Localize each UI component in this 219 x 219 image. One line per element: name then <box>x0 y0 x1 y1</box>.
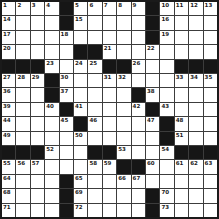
crossword-cell[interactable] <box>189 31 202 44</box>
crossword-puzzle: 1234567891011121314151617181920212223242… <box>0 0 219 219</box>
crossword-cell[interactable] <box>132 117 145 130</box>
crossword-cell[interactable] <box>160 175 173 188</box>
crossword-cell[interactable]: 69 <box>74 189 87 202</box>
crossword-cell[interactable] <box>132 146 145 159</box>
clue-number: 32 <box>118 74 126 80</box>
crossword-cell[interactable]: 33 <box>175 74 188 87</box>
clue-number: 10 <box>161 2 169 8</box>
crossword-cell[interactable] <box>132 45 145 58</box>
crossword-cell[interactable] <box>189 103 202 116</box>
crossword-cell[interactable] <box>16 45 29 58</box>
black-cell <box>146 189 159 202</box>
crossword-cell[interactable]: 21 <box>103 45 116 58</box>
clue-number: 21 <box>104 45 112 51</box>
clue-number: 62 <box>190 160 198 166</box>
black-cell <box>175 146 188 159</box>
crossword-cell[interactable] <box>31 175 44 188</box>
clue-number: 46 <box>89 117 97 123</box>
crossword-cell[interactable] <box>60 132 73 145</box>
crossword-cell[interactable] <box>31 204 44 217</box>
crossword-cell[interactable] <box>132 16 145 29</box>
crossword-cell[interactable]: 20 <box>2 45 15 58</box>
crossword-cell[interactable] <box>117 103 130 116</box>
crossword-cell[interactable] <box>60 45 73 58</box>
crossword-cell[interactable]: 17 <box>2 31 15 44</box>
clue-number: 45 <box>61 117 69 123</box>
clue-number: 13 <box>205 2 213 8</box>
clue-number: 55 <box>3 160 11 166</box>
crossword-cell[interactable] <box>160 60 173 73</box>
clue-number: 23 <box>46 60 54 66</box>
crossword-cell[interactable] <box>16 88 29 101</box>
crossword-cell[interactable] <box>175 88 188 101</box>
crossword-cell[interactable] <box>74 160 87 173</box>
crossword-cell[interactable]: 56 <box>16 160 29 173</box>
crossword-cell[interactable]: 65 <box>74 175 87 188</box>
black-cell <box>2 60 15 73</box>
black-cell <box>16 60 29 73</box>
clue-number: 68 <box>3 189 11 195</box>
crossword-cell[interactable] <box>31 103 44 116</box>
crossword-cell[interactable]: 35 <box>204 74 217 87</box>
crossword-cell[interactable]: 10 <box>160 2 173 15</box>
crossword-cell[interactable] <box>146 146 159 159</box>
clue-number: 7 <box>104 2 108 8</box>
crossword-cell[interactable] <box>16 204 29 217</box>
crossword-cell[interactable]: 16 <box>160 16 173 29</box>
clue-number: 31 <box>104 74 112 80</box>
crossword-cell[interactable] <box>160 160 173 173</box>
crossword-cell[interactable] <box>60 146 73 159</box>
crossword-cell[interactable] <box>103 132 116 145</box>
crossword-cell[interactable]: 48 <box>175 117 188 130</box>
clue-number: 63 <box>205 160 213 166</box>
crossword-cell[interactable] <box>45 45 58 58</box>
clue-number: 66 <box>118 175 126 181</box>
crossword-cell[interactable]: 26 <box>132 60 145 73</box>
crossword-cell[interactable] <box>146 60 159 73</box>
crossword-cell[interactable] <box>103 16 116 29</box>
clue-number: 61 <box>176 160 184 166</box>
crossword-cell[interactable]: 39 <box>2 103 15 116</box>
crossword-cell[interactable]: 36 <box>2 88 15 101</box>
crossword-cell[interactable] <box>45 16 58 29</box>
crossword-cell[interactable]: 51 <box>175 132 188 145</box>
crossword-cell[interactable] <box>31 117 44 130</box>
clue-number: 72 <box>75 204 83 210</box>
crossword-cell[interactable] <box>117 132 130 145</box>
clue-number: 1 <box>3 2 7 8</box>
clue-number: 28 <box>17 74 25 80</box>
clue-number: 70 <box>161 189 169 195</box>
crossword-cell[interactable]: 2 <box>16 2 29 15</box>
clue-number: 38 <box>147 88 155 94</box>
crossword-cell[interactable]: 57 <box>31 160 44 173</box>
crossword-cell[interactable]: 7 <box>103 2 116 15</box>
crossword-cell[interactable]: 30 <box>60 74 73 87</box>
clue-number: 11 <box>176 2 184 8</box>
crossword-cell[interactable] <box>204 103 217 116</box>
crossword-cell[interactable] <box>175 16 188 29</box>
crossword-cell[interactable] <box>204 132 217 145</box>
clue-number: 22 <box>147 45 155 51</box>
crossword-cell[interactable] <box>103 189 116 202</box>
crossword-cell[interactable] <box>146 132 159 145</box>
black-cell <box>60 16 73 29</box>
crossword-cell[interactable] <box>74 74 87 87</box>
crossword-cell[interactable]: 44 <box>2 117 15 130</box>
clue-number: 43 <box>161 103 169 109</box>
clue-number: 3 <box>32 2 36 8</box>
black-cell <box>146 204 159 217</box>
clue-number: 64 <box>3 175 11 181</box>
clue-number: 39 <box>3 103 11 109</box>
crossword-cell[interactable] <box>175 31 188 44</box>
black-cell <box>146 16 159 29</box>
crossword-cell[interactable]: 46 <box>88 117 101 130</box>
crossword-cell[interactable]: 8 <box>117 2 130 15</box>
crossword-cell[interactable]: 67 <box>132 175 145 188</box>
crossword-cell[interactable]: 28 <box>16 74 29 87</box>
crossword-cell[interactable] <box>132 31 145 44</box>
crossword-cell[interactable] <box>204 117 217 130</box>
black-cell <box>175 60 188 73</box>
black-cell <box>88 45 101 58</box>
crossword-cell[interactable] <box>175 175 188 188</box>
black-cell <box>160 117 173 130</box>
crossword-cell[interactable]: 37 <box>60 88 73 101</box>
crossword-cell[interactable] <box>60 60 73 73</box>
clue-number: 26 <box>133 60 141 66</box>
crossword-cell[interactable]: 47 <box>146 117 159 130</box>
crossword-cell[interactable]: 12 <box>189 2 202 15</box>
crossword-cell[interactable] <box>31 189 44 202</box>
crossword-cell[interactable]: 49 <box>2 132 15 145</box>
crossword-cell[interactable] <box>16 189 29 202</box>
clue-number: 30 <box>61 74 69 80</box>
crossword-cell[interactable] <box>117 117 130 130</box>
clue-number: 56 <box>17 160 25 166</box>
clue-number: 5 <box>75 2 79 8</box>
crossword-cell[interactable]: 70 <box>160 189 173 202</box>
black-cell <box>60 189 73 202</box>
crossword-cell[interactable] <box>132 132 145 145</box>
clue-number: 54 <box>161 146 169 152</box>
crossword-cell[interactable]: 43 <box>160 103 173 116</box>
crossword-cell[interactable] <box>189 117 202 130</box>
black-cell <box>16 146 29 159</box>
clue-number: 65 <box>75 175 83 181</box>
clue-number: 69 <box>75 189 83 195</box>
clue-number: 20 <box>3 45 11 51</box>
crossword-cell[interactable] <box>189 88 202 101</box>
crossword-cell[interactable]: 24 <box>74 60 87 73</box>
crossword-cell[interactable] <box>189 189 202 202</box>
crossword-cell[interactable]: 4 <box>45 2 58 15</box>
crossword-cell[interactable]: 3 <box>31 2 44 15</box>
clue-number: 2 <box>17 2 21 8</box>
crossword-cell[interactable] <box>204 88 217 101</box>
black-cell <box>132 88 145 101</box>
clue-number: 44 <box>3 117 11 123</box>
crossword-cell[interactable] <box>117 31 130 44</box>
black-cell <box>103 60 116 73</box>
crossword-cell[interactable] <box>103 204 116 217</box>
crossword-cell[interactable] <box>74 88 87 101</box>
crossword-cell[interactable]: 71 <box>2 204 15 217</box>
clue-number: 58 <box>89 160 97 166</box>
crossword-cell[interactable]: 5 <box>74 2 87 15</box>
crossword-cell[interactable]: 61 <box>175 160 188 173</box>
clue-number: 4 <box>46 2 50 8</box>
black-cell <box>189 146 202 159</box>
crossword-cell[interactable] <box>103 88 116 101</box>
crossword-cell[interactable] <box>16 16 29 29</box>
clue-number: 33 <box>176 74 184 80</box>
clue-number: 53 <box>118 146 126 152</box>
clue-number: 49 <box>3 132 11 138</box>
crossword-cell[interactable] <box>88 16 101 29</box>
crossword-cell[interactable]: 9 <box>132 2 145 15</box>
crossword-cell[interactable] <box>103 175 116 188</box>
crossword-cell[interactable]: 18 <box>60 31 73 44</box>
crossword-cell[interactable] <box>117 189 130 202</box>
crossword-cell[interactable] <box>16 175 29 188</box>
crossword-cell[interactable] <box>45 31 58 44</box>
crossword-cell[interactable]: 73 <box>160 204 173 217</box>
black-cell <box>103 146 116 159</box>
black-cell <box>204 60 217 73</box>
clue-number: 37 <box>61 88 69 94</box>
crossword-cell[interactable]: 52 <box>45 146 58 159</box>
crossword-cell[interactable] <box>88 31 101 44</box>
crossword-cell[interactable] <box>132 74 145 87</box>
crossword-cell[interactable] <box>31 31 44 44</box>
crossword-cell[interactable] <box>175 103 188 116</box>
crossword-cell[interactable]: 29 <box>31 74 44 87</box>
crossword-cell[interactable] <box>31 16 44 29</box>
black-cell <box>45 74 58 87</box>
clue-number: 51 <box>176 132 184 138</box>
clue-number: 71 <box>3 204 11 210</box>
crossword-cell[interactable] <box>132 204 145 217</box>
clue-number: 15 <box>75 16 83 22</box>
clue-number: 73 <box>161 204 169 210</box>
clue-number: 52 <box>46 146 54 152</box>
black-cell <box>88 146 101 159</box>
clue-number: 59 <box>104 160 112 166</box>
clue-number: 8 <box>118 2 122 8</box>
crossword-cell[interactable] <box>88 132 101 145</box>
crossword-cell[interactable]: 54 <box>160 146 173 159</box>
crossword-cell[interactable]: 32 <box>117 74 130 87</box>
crossword-cell[interactable]: 31 <box>103 74 116 87</box>
crossword-cell[interactable]: 27 <box>2 74 15 87</box>
crossword-cell[interactable]: 62 <box>189 160 202 173</box>
black-cell <box>2 146 15 159</box>
crossword-cell[interactable]: 22 <box>146 45 159 58</box>
black-cell <box>74 117 87 130</box>
clue-number: 48 <box>176 117 184 123</box>
crossword-cell[interactable]: 60 <box>146 160 159 173</box>
black-cell <box>204 146 217 159</box>
clue-number: 17 <box>3 31 11 37</box>
black-cell <box>132 160 145 173</box>
crossword-cell[interactable] <box>204 189 217 202</box>
crossword-cell[interactable]: 59 <box>103 160 116 173</box>
crossword-cell[interactable] <box>16 117 29 130</box>
black-cell <box>60 103 73 116</box>
clue-number: 6 <box>89 2 93 8</box>
crossword-cell[interactable]: 25 <box>88 60 101 73</box>
crossword-cell[interactable]: 41 <box>74 103 87 116</box>
crossword-cell[interactable] <box>189 16 202 29</box>
crossword-cell[interactable] <box>16 103 29 116</box>
crossword-cell[interactable] <box>117 204 130 217</box>
crossword-cell[interactable]: 14 <box>2 16 15 29</box>
crossword-cell[interactable] <box>74 146 87 159</box>
crossword-cell[interactable] <box>16 132 29 145</box>
crossword-cell[interactable]: 38 <box>146 88 159 101</box>
clue-number: 60 <box>147 160 155 166</box>
crossword-cell[interactable]: 68 <box>2 189 15 202</box>
crossword-cell[interactable] <box>88 74 101 87</box>
clue-number: 16 <box>161 16 169 22</box>
crossword-cell[interactable] <box>60 160 73 173</box>
crossword-cell[interactable] <box>45 132 58 145</box>
crossword-cell[interactable] <box>160 74 173 87</box>
clue-number: 41 <box>75 103 83 109</box>
crossword-cell[interactable] <box>88 189 101 202</box>
crossword-cell[interactable]: 23 <box>45 60 58 73</box>
crossword-cell[interactable]: 11 <box>175 2 188 15</box>
crossword-cell[interactable] <box>45 204 58 217</box>
crossword-cell[interactable]: 34 <box>189 74 202 87</box>
crossword-board: 1234567891011121314151617181920212223242… <box>0 0 219 219</box>
crossword-cell[interactable] <box>88 103 101 116</box>
black-cell <box>60 204 73 217</box>
crossword-cell[interactable] <box>117 16 130 29</box>
black-cell <box>189 60 202 73</box>
black-cell <box>45 88 58 101</box>
crossword-cell[interactable] <box>74 31 87 44</box>
crossword-cell[interactable] <box>103 117 116 130</box>
clue-number: 19 <box>161 31 169 37</box>
crossword-cell[interactable]: 66 <box>117 175 130 188</box>
crossword-cell[interactable] <box>103 103 116 116</box>
crossword-cell[interactable] <box>117 45 130 58</box>
crossword-cell[interactable] <box>175 45 188 58</box>
clue-number: 9 <box>133 2 137 8</box>
clue-number: 18 <box>61 31 69 37</box>
clue-number: 50 <box>75 132 83 138</box>
clue-number: 34 <box>190 74 198 80</box>
crossword-cell[interactable] <box>204 31 217 44</box>
clue-number: 42 <box>133 103 141 109</box>
clue-number: 24 <box>75 60 83 66</box>
crossword-cell[interactable]: 1 <box>2 2 15 15</box>
crossword-cell[interactable] <box>31 88 44 101</box>
crossword-cell[interactable]: 53 <box>117 146 130 159</box>
crossword-cell[interactable] <box>160 88 173 101</box>
crossword-cell[interactable] <box>45 189 58 202</box>
crossword-cell[interactable] <box>117 88 130 101</box>
clue-number: 67 <box>133 175 141 181</box>
black-cell <box>146 31 159 44</box>
clue-number: 27 <box>3 74 11 80</box>
crossword-cell[interactable] <box>45 160 58 173</box>
crossword-cell[interactable] <box>45 117 58 130</box>
crossword-cell[interactable]: 40 <box>45 103 58 116</box>
crossword-cell[interactable] <box>88 175 101 188</box>
crossword-cell[interactable]: 58 <box>88 160 101 173</box>
crossword-cell[interactable]: 55 <box>2 160 15 173</box>
black-cell <box>60 2 73 15</box>
black-cell <box>146 2 159 15</box>
crossword-cell[interactable]: 64 <box>2 175 15 188</box>
crossword-cell[interactable] <box>204 175 217 188</box>
crossword-cell[interactable] <box>146 175 159 188</box>
crossword-cell[interactable]: 6 <box>88 2 101 15</box>
clue-number: 35 <box>205 74 213 80</box>
crossword-cell[interactable]: 42 <box>132 103 145 116</box>
clue-number: 12 <box>190 2 198 8</box>
black-cell <box>31 60 44 73</box>
crossword-cell[interactable] <box>132 189 145 202</box>
crossword-cell[interactable] <box>204 16 217 29</box>
black-cell <box>160 132 173 145</box>
clue-number: 47 <box>147 117 155 123</box>
black-cell <box>31 146 44 159</box>
clue-number: 36 <box>3 88 11 94</box>
crossword-cell[interactable] <box>189 204 202 217</box>
crossword-cell[interactable] <box>88 204 101 217</box>
crossword-cell[interactable] <box>160 45 173 58</box>
crossword-cell[interactable] <box>189 175 202 188</box>
crossword-cell[interactable] <box>45 175 58 188</box>
crossword-cell[interactable] <box>204 204 217 217</box>
crossword-cell[interactable] <box>204 45 217 58</box>
black-cell <box>74 45 87 58</box>
crossword-cell[interactable]: 63 <box>204 160 217 173</box>
crossword-cell[interactable]: 19 <box>160 31 173 44</box>
crossword-cell[interactable] <box>175 204 188 217</box>
crossword-cell[interactable]: 13 <box>204 2 217 15</box>
crossword-cell[interactable] <box>103 31 116 44</box>
crossword-cell[interactable] <box>16 31 29 44</box>
clue-number: 57 <box>32 160 40 166</box>
clue-number: 14 <box>3 16 11 22</box>
clue-number: 29 <box>32 74 40 80</box>
crossword-cell[interactable] <box>146 74 159 87</box>
black-cell <box>146 103 159 116</box>
crossword-cell[interactable] <box>189 45 202 58</box>
crossword-cell[interactable]: 15 <box>74 16 87 29</box>
crossword-cell[interactable]: 50 <box>74 132 87 145</box>
crossword-cell[interactable] <box>31 132 44 145</box>
black-cell <box>117 160 130 173</box>
crossword-cell[interactable] <box>189 132 202 145</box>
black-cell <box>117 60 130 73</box>
crossword-cell[interactable]: 72 <box>74 204 87 217</box>
clue-number: 25 <box>89 60 97 66</box>
crossword-cell[interactable] <box>31 45 44 58</box>
crossword-cell[interactable]: 45 <box>60 117 73 130</box>
crossword-cell[interactable] <box>88 88 101 101</box>
crossword-cell[interactable] <box>175 189 188 202</box>
black-cell <box>60 175 73 188</box>
clue-number: 40 <box>46 103 54 109</box>
